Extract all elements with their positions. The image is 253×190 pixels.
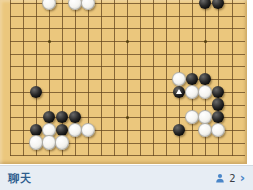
black-stone	[173, 124, 185, 136]
black-stone	[212, 98, 224, 110]
chevron-right-icon: ›	[240, 171, 245, 184]
black-stone	[173, 86, 185, 98]
white-stone	[211, 123, 225, 137]
last-move-triangle-marker	[176, 89, 182, 94]
black-stone	[43, 111, 55, 123]
black-stone	[69, 111, 81, 123]
black-stone	[56, 124, 68, 136]
black-stone	[186, 73, 198, 85]
bottom-bar: 聊天 2 ›	[0, 165, 253, 190]
black-stone	[199, 73, 211, 85]
black-stone	[199, 0, 211, 9]
white-stone	[81, 123, 95, 137]
black-stone	[212, 86, 224, 98]
viewer-count: 2	[229, 173, 235, 184]
white-stone	[81, 0, 95, 10]
black-stone	[30, 124, 42, 136]
white-stone	[42, 0, 56, 10]
viewer-count-button[interactable]: 2 ›	[215, 172, 245, 184]
black-stone	[212, 111, 224, 123]
black-stone	[30, 86, 42, 98]
stone-layer	[4, 0, 248, 162]
white-stone	[172, 72, 186, 86]
go-board[interactable]	[0, 0, 247, 164]
black-stone	[56, 111, 68, 123]
white-stone	[198, 85, 212, 99]
person-icon	[215, 173, 225, 183]
black-stone	[212, 0, 224, 9]
white-stone	[55, 135, 69, 149]
chat-tab-label[interactable]: 聊天	[8, 171, 32, 186]
